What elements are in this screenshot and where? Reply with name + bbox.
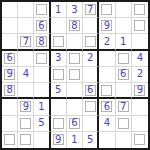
empty-input-box[interactable] (20, 134, 31, 145)
cell-r4c4: 3 (51, 51, 67, 67)
cell-r9c1[interactable] (2, 132, 18, 148)
filled-input-box[interactable]: 7 (20, 36, 31, 47)
filled-input-box[interactable]: 8 (4, 85, 15, 96)
entered-digit: 9 (137, 85, 143, 95)
cell-r2c9[interactable] (132, 18, 148, 34)
given-digit: 1 (120, 37, 126, 47)
cell-r4c1[interactable]: 6 (2, 51, 18, 67)
empty-input-box[interactable] (36, 53, 47, 64)
cell-r3c6[interactable] (83, 34, 99, 50)
cell-r8c6 (83, 116, 99, 132)
cell-r9c3 (34, 132, 50, 148)
entered-digit: 9 (104, 21, 110, 31)
cell-r8c5[interactable]: 6 (67, 116, 83, 132)
entered-digit: 6 (38, 21, 44, 31)
given-digit: 5 (55, 85, 61, 95)
cell-r5c2: 4 (18, 67, 34, 83)
cell-r8c9 (132, 116, 148, 132)
entered-digit: 7 (120, 102, 126, 112)
empty-input-box[interactable] (85, 101, 96, 112)
cell-r2c2 (18, 18, 34, 34)
cell-r1c1 (2, 2, 18, 18)
cell-r5c9: 2 (132, 67, 148, 83)
cell-r2c7[interactable]: 9 (99, 18, 115, 34)
given-digit: 4 (137, 53, 143, 63)
cell-r1c3[interactable] (34, 2, 50, 18)
cell-r9c5: 1 (67, 132, 83, 148)
cell-r6c8 (116, 83, 132, 99)
cell-r7c5 (67, 99, 83, 115)
empty-input-box[interactable] (53, 118, 64, 129)
filled-input-box[interactable]: 9 (101, 20, 112, 31)
empty-input-box[interactable] (134, 4, 145, 15)
given-digit: 4 (23, 69, 29, 79)
cell-r3c1 (2, 34, 18, 50)
cell-r3c7: 2 (99, 34, 115, 50)
cell-r8c4[interactable] (51, 116, 67, 132)
given-digit: 1 (71, 135, 77, 145)
given-digit: 2 (137, 69, 143, 79)
cell-r1c9[interactable] (132, 2, 148, 18)
cell-r3c8: 1 (116, 34, 132, 50)
cell-r9c6: 5 (83, 132, 99, 148)
cell-r6c4: 5 (51, 83, 67, 99)
cell-r4c8[interactable] (116, 51, 132, 67)
given-digit: 3 (71, 5, 77, 15)
cell-r2c5[interactable]: 8 (67, 18, 83, 34)
cell-r3c5 (67, 34, 83, 50)
cell-r2c3[interactable]: 6 (34, 18, 50, 34)
cell-r3c9 (132, 34, 148, 50)
cell-r7c7[interactable]: 6 (99, 99, 115, 115)
cell-r1c5: 3 (67, 2, 83, 18)
cell-r5c6 (83, 67, 99, 83)
empty-input-box[interactable] (4, 134, 15, 145)
filled-input-box[interactable]: 9 (4, 69, 15, 80)
empty-input-box[interactable] (85, 36, 96, 47)
given-digit: 1 (55, 5, 61, 15)
filled-input-box[interactable]: 6 (118, 69, 129, 80)
cell-r9c7 (99, 132, 115, 148)
cell-r3c4[interactable] (51, 34, 67, 50)
cell-r4c2 (18, 51, 34, 67)
cell-r8c7: 4 (99, 116, 115, 132)
empty-input-box[interactable] (53, 36, 64, 47)
empty-input-box[interactable] (101, 85, 112, 96)
empty-input-box[interactable] (101, 4, 112, 15)
entered-digit: 8 (38, 37, 44, 47)
given-digit: 5 (38, 118, 44, 128)
entered-digit: 6 (87, 85, 93, 95)
cell-r9c4[interactable]: 9 (51, 132, 67, 148)
cell-r8c1 (2, 116, 18, 132)
filled-input-box[interactable]: 9 (20, 101, 31, 112)
cell-r9c2[interactable] (18, 132, 34, 148)
cell-r6c7[interactable] (99, 83, 115, 99)
cell-r5c4[interactable] (51, 67, 67, 83)
empty-input-box[interactable] (134, 20, 145, 31)
given-digit: 2 (87, 53, 93, 63)
filled-input-box[interactable]: 8 (36, 36, 47, 47)
cell-r4c3[interactable] (34, 51, 50, 67)
filled-input-box[interactable]: 7 (118, 101, 129, 112)
sudoku-board: 13768978216324946285699167564915 (0, 0, 150, 150)
cell-r5c5[interactable] (67, 67, 83, 83)
cell-r6c2 (18, 83, 34, 99)
cell-r3c3[interactable]: 8 (34, 34, 50, 50)
cell-r7c4 (51, 99, 67, 115)
entered-digit: 9 (23, 102, 29, 112)
cell-r7c2[interactable]: 9 (18, 99, 34, 115)
entered-digit: 8 (71, 21, 77, 31)
filled-input-box[interactable]: 7 (85, 4, 96, 15)
cell-r7c8[interactable]: 7 (116, 99, 132, 115)
empty-input-box[interactable] (20, 118, 31, 129)
cell-r6c1[interactable]: 8 (2, 83, 18, 99)
cell-r4c9: 4 (132, 51, 148, 67)
given-digit: 5 (87, 135, 93, 145)
empty-input-box[interactable] (118, 118, 129, 129)
entered-digit: 9 (6, 69, 12, 79)
empty-input-box[interactable] (53, 69, 64, 80)
filled-input-box[interactable]: 6 (69, 118, 80, 129)
empty-input-box[interactable] (134, 134, 145, 145)
cell-r1c4: 1 (51, 2, 67, 18)
entered-digit: 8 (6, 85, 12, 95)
cell-r8c2[interactable] (18, 116, 34, 132)
cell-r4c5[interactable] (67, 51, 83, 67)
cell-r2c6 (83, 18, 99, 34)
cell-r6c3 (34, 83, 50, 99)
entered-digit: 7 (23, 37, 29, 47)
given-digit: 4 (104, 118, 110, 128)
cell-r6c6[interactable]: 6 (83, 83, 99, 99)
cell-r2c4 (51, 18, 67, 34)
given-digit: 2 (104, 37, 110, 47)
cell-r1c7[interactable] (99, 2, 115, 18)
given-digit: 3 (55, 53, 61, 63)
given-digit: 1 (38, 102, 44, 112)
filled-input-box[interactable]: 6 (85, 85, 96, 96)
cell-r5c1[interactable]: 9 (2, 67, 18, 83)
cell-r3c2[interactable]: 7 (18, 34, 34, 50)
cell-r5c8[interactable]: 6 (116, 67, 132, 83)
empty-input-box[interactable] (69, 53, 80, 64)
entered-digit: 7 (87, 5, 93, 15)
empty-input-box[interactable] (118, 53, 129, 64)
cell-r1c6[interactable]: 7 (83, 2, 99, 18)
entered-digit: 6 (71, 118, 77, 128)
cell-r7c6[interactable] (83, 99, 99, 115)
filled-input-box[interactable]: 9 (134, 85, 145, 96)
cell-r7c9 (132, 99, 148, 115)
cell-r6c9[interactable]: 9 (132, 83, 148, 99)
empty-input-box[interactable] (69, 69, 80, 80)
filled-input-box[interactable]: 9 (53, 134, 64, 145)
cell-r9c9[interactable] (132, 132, 148, 148)
cell-r8c8[interactable] (116, 116, 132, 132)
cell-r2c8 (116, 18, 132, 34)
filled-input-box[interactable]: 6 (4, 53, 15, 64)
cell-r8c3: 5 (34, 116, 50, 132)
cell-r6c5 (67, 83, 83, 99)
cell-r4c7 (99, 51, 115, 67)
filled-input-box[interactable]: 8 (69, 20, 80, 31)
filled-input-box[interactable]: 6 (36, 20, 47, 31)
cell-r4c6: 2 (83, 51, 99, 67)
cell-r9c8 (116, 132, 132, 148)
cell-r7c3: 1 (34, 99, 50, 115)
cell-r1c8 (116, 2, 132, 18)
cell-r1c2 (18, 2, 34, 18)
entered-digit: 9 (55, 135, 61, 145)
entered-digit: 6 (104, 102, 110, 112)
cell-r2c1 (2, 18, 18, 34)
filled-input-box[interactable]: 6 (101, 101, 112, 112)
cell-r7c1 (2, 99, 18, 115)
cell-r5c7 (99, 67, 115, 83)
entered-digit: 6 (6, 53, 12, 63)
empty-input-box[interactable] (36, 4, 47, 15)
entered-digit: 6 (120, 69, 126, 79)
cell-r5c3 (34, 67, 50, 83)
